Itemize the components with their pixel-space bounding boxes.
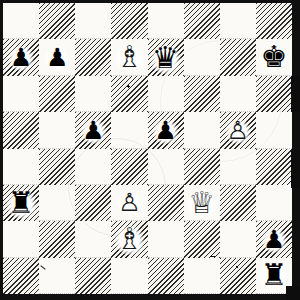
square-h3[interactable] <box>256 185 292 221</box>
square-c4[interactable] <box>75 149 111 185</box>
square-c2[interactable] <box>75 221 111 257</box>
square-f6[interactable] <box>184 76 220 112</box>
square-e5[interactable]: ♟ <box>148 112 184 148</box>
border-ink-blob <box>286 286 300 300</box>
black-pawn[interactable]: ♟ <box>261 226 287 253</box>
square-d1[interactable] <box>111 258 147 294</box>
square-a7[interactable]: ♟ <box>3 39 39 75</box>
square-c5[interactable]: ♟ <box>75 112 111 148</box>
square-a5[interactable] <box>3 112 39 148</box>
black-queen[interactable]: ♛ <box>150 42 181 74</box>
square-g6[interactable] <box>220 76 256 112</box>
black-rook[interactable]: ♜ <box>258 259 289 291</box>
square-c7[interactable] <box>75 39 111 75</box>
black-pawn[interactable]: ♟ <box>8 44 34 71</box>
black-pawn[interactable]: ♟ <box>44 44 70 71</box>
square-e4[interactable] <box>148 149 184 185</box>
square-g4[interactable] <box>220 149 256 185</box>
square-g8[interactable] <box>220 3 256 39</box>
square-b8[interactable] <box>39 3 75 39</box>
square-b6[interactable] <box>39 76 75 112</box>
black-rook[interactable]: ♜ <box>6 187 37 219</box>
square-h8[interactable] <box>256 3 292 39</box>
square-f3[interactable]: ♕ <box>184 185 220 221</box>
square-a4[interactable] <box>3 149 39 185</box>
square-d5[interactable] <box>111 112 147 148</box>
chess-board: ♟♟♗♛♚♟♟♙♜♙♕♗♟♜ <box>0 0 300 300</box>
square-d3[interactable]: ♙ <box>111 185 147 221</box>
square-f1[interactable] <box>184 258 220 294</box>
print-speck <box>127 86 130 87</box>
white-bishop[interactable]: ♗ <box>114 223 145 255</box>
vintage-chess-illustration: ♟♟♗♛♚♟♟♙♜♙♕♗♟♜ <box>0 0 300 300</box>
square-e2[interactable] <box>148 221 184 257</box>
square-f4[interactable] <box>184 149 220 185</box>
square-g2[interactable] <box>220 221 256 257</box>
white-bishop[interactable]: ♗ <box>114 41 145 73</box>
black-pawn[interactable]: ♟ <box>80 117 106 144</box>
square-f8[interactable] <box>184 3 220 39</box>
square-d6[interactable] <box>111 76 147 112</box>
border-ink-blob <box>291 150 300 188</box>
border-ink-blob <box>291 76 300 112</box>
square-d7[interactable]: ♗ <box>111 39 147 75</box>
square-e7[interactable]: ♛ <box>148 39 184 75</box>
white-pawn[interactable]: ♙ <box>225 117 251 144</box>
white-pawn[interactable]: ♙ <box>116 189 142 216</box>
square-c1[interactable] <box>75 258 111 294</box>
square-d4[interactable] <box>111 149 147 185</box>
square-g3[interactable] <box>220 185 256 221</box>
square-g5[interactable]: ♙ <box>220 112 256 148</box>
square-d2[interactable]: ♗ <box>111 221 147 257</box>
square-a1[interactable] <box>3 258 39 294</box>
square-b4[interactable] <box>39 149 75 185</box>
print-speck <box>236 266 238 268</box>
square-h4[interactable] <box>256 149 292 185</box>
square-c8[interactable] <box>75 3 111 39</box>
square-h7[interactable]: ♚ <box>256 39 292 75</box>
square-b5[interactable] <box>39 112 75 148</box>
square-a6[interactable] <box>3 76 39 112</box>
white-queen[interactable]: ♕ <box>186 187 217 219</box>
square-f5[interactable] <box>184 112 220 148</box>
square-f2[interactable] <box>184 221 220 257</box>
square-h2[interactable]: ♟ <box>256 221 292 257</box>
square-a8[interactable] <box>3 3 39 39</box>
square-b1[interactable] <box>39 258 75 294</box>
square-f7[interactable] <box>184 39 220 75</box>
square-c3[interactable] <box>75 185 111 221</box>
square-b3[interactable] <box>39 185 75 221</box>
black-king[interactable]: ♚ <box>258 41 289 73</box>
square-b2[interactable] <box>39 221 75 257</box>
square-e6[interactable] <box>148 76 184 112</box>
square-e3[interactable] <box>148 185 184 221</box>
black-pawn[interactable]: ♟ <box>152 117 178 144</box>
square-b7[interactable]: ♟ <box>39 39 75 75</box>
square-a2[interactable] <box>3 221 39 257</box>
square-h6[interactable] <box>256 76 292 112</box>
square-g1[interactable] <box>220 258 256 294</box>
square-a3[interactable]: ♜ <box>3 185 39 221</box>
square-c6[interactable] <box>75 76 111 112</box>
print-speck <box>210 256 215 257</box>
square-e1[interactable] <box>148 258 184 294</box>
square-h5[interactable] <box>256 112 292 148</box>
square-g7[interactable] <box>220 39 256 75</box>
square-d8[interactable] <box>111 3 147 39</box>
square-e8[interactable] <box>148 3 184 39</box>
